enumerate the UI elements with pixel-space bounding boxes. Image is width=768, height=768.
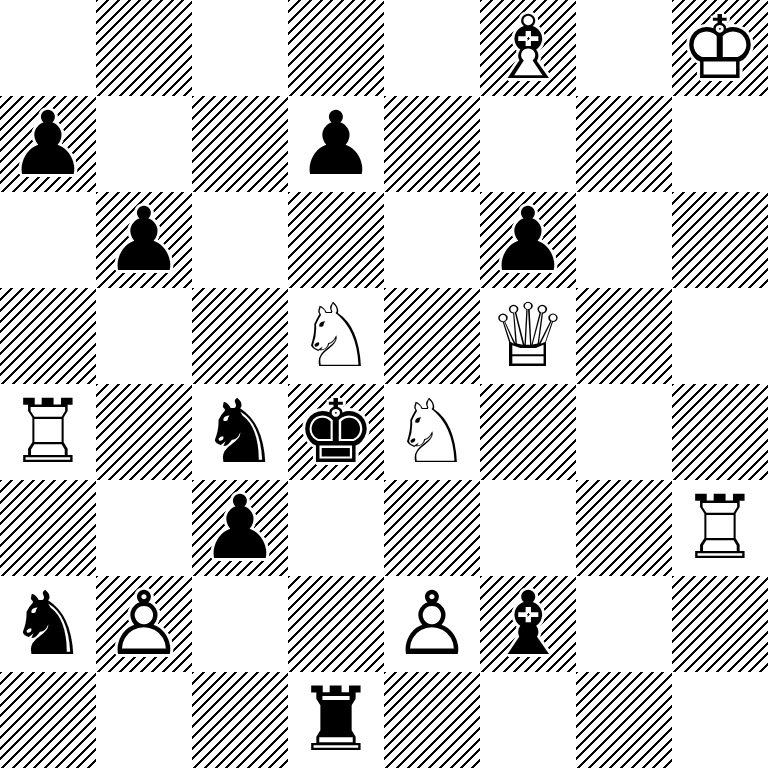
square-e4[interactable] <box>384 384 480 480</box>
square-g7[interactable] <box>576 96 672 192</box>
square-f1[interactable] <box>480 672 576 768</box>
square-b8[interactable] <box>96 0 192 96</box>
square-d1[interactable] <box>288 672 384 768</box>
square-e8[interactable] <box>384 0 480 96</box>
black-rook-piece <box>288 672 384 768</box>
square-c1[interactable] <box>192 672 288 768</box>
square-b7[interactable] <box>96 96 192 192</box>
white-king-piece <box>672 0 768 96</box>
square-g5[interactable] <box>576 288 672 384</box>
square-b2[interactable] <box>96 576 192 672</box>
square-a1[interactable] <box>0 672 96 768</box>
square-h5[interactable] <box>672 288 768 384</box>
white-knight-piece <box>384 384 480 480</box>
white-pawn-piece <box>384 576 480 672</box>
white-rook-piece <box>0 384 96 480</box>
square-c8[interactable] <box>192 0 288 96</box>
square-e2[interactable] <box>384 576 480 672</box>
square-d2[interactable] <box>288 576 384 672</box>
square-b1[interactable] <box>96 672 192 768</box>
square-a3[interactable] <box>0 480 96 576</box>
square-f3[interactable] <box>480 480 576 576</box>
black-pawn-piece <box>0 96 96 192</box>
square-a8[interactable] <box>0 0 96 96</box>
square-f8[interactable] <box>480 0 576 96</box>
square-d8[interactable] <box>288 0 384 96</box>
square-c2[interactable] <box>192 576 288 672</box>
square-g1[interactable] <box>576 672 672 768</box>
square-g3[interactable] <box>576 480 672 576</box>
square-c7[interactable] <box>192 96 288 192</box>
square-h4[interactable] <box>672 384 768 480</box>
black-knight-piece <box>0 576 96 672</box>
square-d7[interactable] <box>288 96 384 192</box>
square-b6[interactable] <box>96 192 192 288</box>
square-e6[interactable] <box>384 192 480 288</box>
white-rook-piece <box>672 480 768 576</box>
square-e5[interactable] <box>384 288 480 384</box>
square-d4[interactable] <box>288 384 384 480</box>
black-pawn-piece <box>288 96 384 192</box>
white-pawn-piece <box>96 576 192 672</box>
square-f2[interactable] <box>480 576 576 672</box>
square-h6[interactable] <box>672 192 768 288</box>
square-e1[interactable] <box>384 672 480 768</box>
square-g4[interactable] <box>576 384 672 480</box>
square-f7[interactable] <box>480 96 576 192</box>
white-queen-piece <box>480 288 576 384</box>
square-d6[interactable] <box>288 192 384 288</box>
black-knight-piece <box>192 384 288 480</box>
square-f6[interactable] <box>480 192 576 288</box>
square-h7[interactable] <box>672 96 768 192</box>
square-h2[interactable] <box>672 576 768 672</box>
square-c4[interactable] <box>192 384 288 480</box>
square-d5[interactable] <box>288 288 384 384</box>
square-h1[interactable] <box>672 672 768 768</box>
square-g8[interactable] <box>576 0 672 96</box>
square-h8[interactable] <box>672 0 768 96</box>
square-b3[interactable] <box>96 480 192 576</box>
square-g2[interactable] <box>576 576 672 672</box>
square-a7[interactable] <box>0 96 96 192</box>
square-a2[interactable] <box>0 576 96 672</box>
square-f4[interactable] <box>480 384 576 480</box>
white-knight-piece <box>288 288 384 384</box>
square-c3[interactable] <box>192 480 288 576</box>
square-a6[interactable] <box>0 192 96 288</box>
black-pawn-piece <box>192 480 288 576</box>
black-king-piece <box>288 384 384 480</box>
square-a5[interactable] <box>0 288 96 384</box>
black-pawn-piece <box>480 192 576 288</box>
square-e3[interactable] <box>384 480 480 576</box>
square-c6[interactable] <box>192 192 288 288</box>
square-e7[interactable] <box>384 96 480 192</box>
white-bishop-piece <box>480 0 576 96</box>
square-b4[interactable] <box>96 384 192 480</box>
black-bishop-piece <box>480 576 576 672</box>
square-c5[interactable] <box>192 288 288 384</box>
square-h3[interactable] <box>672 480 768 576</box>
square-f5[interactable] <box>480 288 576 384</box>
square-b5[interactable] <box>96 288 192 384</box>
square-a4[interactable] <box>0 384 96 480</box>
black-pawn-piece <box>96 192 192 288</box>
square-g6[interactable] <box>576 192 672 288</box>
chess-board <box>0 0 768 768</box>
square-d3[interactable] <box>288 480 384 576</box>
